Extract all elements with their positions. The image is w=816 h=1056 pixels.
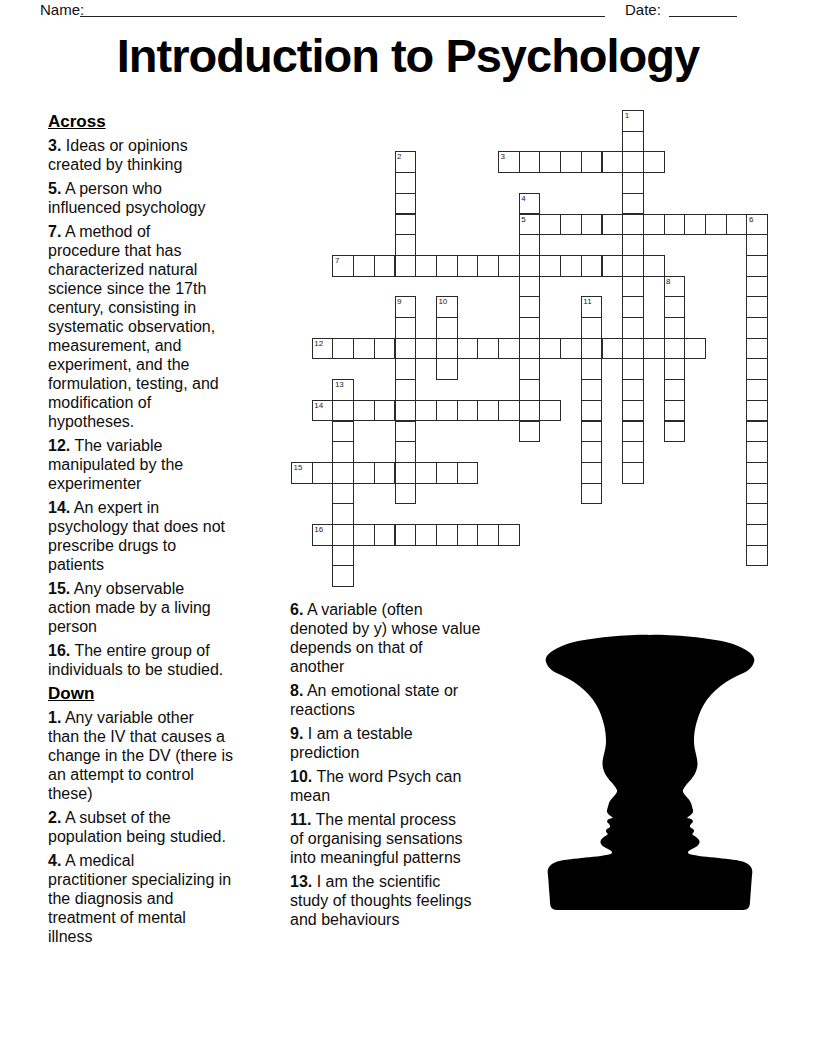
grid-cell[interactable]: 4 bbox=[519, 193, 541, 215]
clue-number: 14. bbox=[48, 499, 70, 516]
grid-cell[interactable] bbox=[457, 400, 479, 422]
grid-cell[interactable] bbox=[581, 379, 603, 401]
crossword-grid: 12345678910111213141516 bbox=[291, 110, 770, 590]
grid-cell[interactable] bbox=[519, 317, 541, 339]
grid-cell[interactable] bbox=[746, 234, 768, 256]
grid-cell[interactable] bbox=[395, 400, 417, 422]
cell-number: 12 bbox=[314, 339, 323, 348]
grid-cell[interactable] bbox=[622, 379, 644, 401]
grid-cell[interactable] bbox=[332, 483, 354, 505]
grid-cell[interactable] bbox=[746, 296, 768, 318]
cell-number: 10 bbox=[438, 297, 447, 306]
grid-cell[interactable] bbox=[457, 255, 479, 277]
grid-cell[interactable]: 5 bbox=[519, 214, 541, 236]
grid-cell[interactable] bbox=[602, 151, 624, 173]
clue-text: The entire group of individuals to be st… bbox=[48, 642, 223, 678]
grid-cell[interactable] bbox=[643, 255, 665, 277]
grid-cell[interactable]: 15 bbox=[291, 462, 313, 484]
grid-cell[interactable] bbox=[498, 524, 520, 546]
grid-cell[interactable] bbox=[395, 214, 417, 236]
name-fill-line bbox=[80, 0, 605, 17]
grid-cell[interactable]: 13 bbox=[332, 379, 354, 401]
grid-cell[interactable] bbox=[332, 503, 354, 525]
clue-5: 5. A person who influenced psychology bbox=[48, 179, 290, 217]
down-heading: Down bbox=[48, 684, 290, 703]
grid-cell[interactable] bbox=[622, 358, 644, 380]
grid-cell[interactable] bbox=[332, 441, 354, 463]
grid-cell[interactable] bbox=[622, 462, 644, 484]
grid-cell[interactable] bbox=[664, 338, 686, 360]
date-fill-line bbox=[669, 0, 737, 17]
grid-cell[interactable] bbox=[746, 276, 768, 298]
grid-cell[interactable] bbox=[746, 379, 768, 401]
grid-cell[interactable] bbox=[746, 483, 768, 505]
grid-cell[interactable] bbox=[395, 524, 417, 546]
grid-cell[interactable] bbox=[539, 255, 561, 277]
grid-cell[interactable]: 3 bbox=[498, 151, 520, 173]
grid-cell[interactable] bbox=[581, 214, 603, 236]
grid-cell[interactable] bbox=[415, 462, 437, 484]
grid-cell[interactable]: 10 bbox=[436, 296, 458, 318]
grid-cell[interactable] bbox=[581, 358, 603, 380]
date-label: Date: bbox=[625, 1, 661, 18]
cell-number: 16 bbox=[314, 525, 323, 534]
clue-text: A method of procedure that has character… bbox=[48, 223, 219, 430]
grid-cell[interactable] bbox=[436, 317, 458, 339]
clue-text: Any observable action made by a living p… bbox=[48, 580, 211, 635]
grid-cell[interactable] bbox=[415, 338, 437, 360]
cell-number: 15 bbox=[294, 463, 303, 472]
grid-cell[interactable] bbox=[622, 317, 644, 339]
grid-cell[interactable]: 11 bbox=[581, 296, 603, 318]
grid-cell[interactable] bbox=[602, 338, 624, 360]
clue-text: The mental process of organising sensati… bbox=[290, 811, 463, 866]
clue-number: 15. bbox=[48, 580, 70, 597]
grid-cell[interactable] bbox=[622, 234, 644, 256]
grid-cell[interactable] bbox=[519, 296, 541, 318]
grid-cell[interactable] bbox=[477, 338, 499, 360]
grid-cell[interactable] bbox=[560, 151, 582, 173]
clue-1: 1. Any variable other than the IV that c… bbox=[48, 708, 290, 803]
page-title: Introduction to Psychology bbox=[0, 28, 816, 83]
grid-cell[interactable] bbox=[581, 338, 603, 360]
clue-number: 16. bbox=[48, 642, 70, 659]
across-clue-list: 3. Ideas or opinions created by thinking… bbox=[48, 136, 290, 679]
down-clue-list-left: 1. Any variable other than the IV that c… bbox=[48, 708, 290, 946]
cell-number: 5 bbox=[521, 215, 525, 224]
cell-number: 6 bbox=[749, 215, 753, 224]
cell-number: 9 bbox=[397, 297, 401, 306]
clue-text: Ideas or opinions created by thinking bbox=[48, 137, 188, 173]
clue-10: 10. The word Psych can mean bbox=[290, 767, 540, 805]
grid-cell[interactable] bbox=[477, 400, 499, 422]
grid-cell[interactable] bbox=[622, 151, 644, 173]
grid-cell[interactable] bbox=[539, 338, 561, 360]
grid-cell[interactable] bbox=[581, 255, 603, 277]
grid-cell[interactable] bbox=[498, 400, 520, 422]
grid-cell[interactable] bbox=[457, 524, 479, 546]
grid-cell[interactable] bbox=[332, 400, 354, 422]
grid-cell[interactable]: 7 bbox=[332, 255, 354, 277]
grid-cell[interactable] bbox=[664, 214, 686, 236]
grid-cell[interactable] bbox=[664, 317, 686, 339]
clue-text: A subset of the population being studied… bbox=[48, 809, 226, 845]
grid-cell[interactable] bbox=[436, 358, 458, 380]
grid-cell[interactable] bbox=[395, 379, 417, 401]
clue-text: An expert in psychology that does not pr… bbox=[48, 499, 225, 573]
grid-cell[interactable] bbox=[374, 338, 396, 360]
cell-number: 8 bbox=[666, 277, 670, 286]
grid-cell[interactable] bbox=[746, 358, 768, 380]
clues-middle-column: 6. A variable (often denoted by y) whose… bbox=[290, 600, 540, 934]
grid-cell[interactable] bbox=[539, 400, 561, 422]
grid-cell[interactable] bbox=[395, 255, 417, 277]
grid-cell[interactable] bbox=[353, 462, 375, 484]
grid-cell[interactable]: 1 bbox=[622, 110, 644, 132]
grid-cell[interactable] bbox=[560, 338, 582, 360]
grid-cell[interactable] bbox=[395, 338, 417, 360]
clue-14: 14. An expert in psychology that does no… bbox=[48, 498, 290, 574]
grid-cell[interactable] bbox=[332, 338, 354, 360]
clue-number: 6. bbox=[290, 601, 303, 618]
grid-cell[interactable] bbox=[374, 462, 396, 484]
clue-number: 7. bbox=[48, 223, 61, 240]
clue-number: 10. bbox=[290, 768, 312, 785]
grid-cell[interactable] bbox=[332, 565, 354, 587]
grid-cell[interactable] bbox=[498, 338, 520, 360]
grid-cell[interactable] bbox=[477, 255, 499, 277]
clue-8: 8. An emotional state or reactions bbox=[290, 681, 540, 719]
grid-cell[interactable]: 14 bbox=[312, 400, 334, 422]
grid-cell[interactable] bbox=[415, 255, 437, 277]
grid-cell[interactable] bbox=[622, 131, 644, 153]
cell-number: 11 bbox=[583, 297, 591, 306]
grid-cell[interactable] bbox=[664, 400, 686, 422]
clue-7: 7. A method of procedure that has charac… bbox=[48, 222, 290, 431]
grid-cell[interactable] bbox=[519, 151, 541, 173]
grid-cell[interactable] bbox=[332, 524, 354, 546]
grid-cell[interactable] bbox=[622, 421, 644, 443]
grid-cell[interactable] bbox=[581, 483, 603, 505]
grid-cell[interactable] bbox=[415, 524, 437, 546]
grid-cell[interactable] bbox=[395, 483, 417, 505]
grid-cell[interactable] bbox=[395, 317, 417, 339]
grid-cell[interactable] bbox=[622, 338, 644, 360]
grid-cell[interactable] bbox=[539, 151, 561, 173]
down-clue-list-right: 6. A variable (often denoted by y) whose… bbox=[290, 600, 540, 929]
grid-cell[interactable] bbox=[395, 172, 417, 194]
grid-cell[interactable] bbox=[746, 317, 768, 339]
clue-12: 12. The variable manipulated by the expe… bbox=[48, 436, 290, 493]
clue-number: 2. bbox=[48, 809, 61, 826]
clue-text: An emotional state or reactions bbox=[290, 682, 458, 718]
clue-15: 15. Any observable action made by a livi… bbox=[48, 579, 290, 636]
clue-2: 2. A subset of the population being stud… bbox=[48, 808, 290, 846]
grid-cell[interactable] bbox=[622, 441, 644, 463]
grid-cell[interactable] bbox=[746, 400, 768, 422]
grid-cell[interactable] bbox=[705, 214, 727, 236]
cell-number: 14 bbox=[314, 401, 323, 410]
clue-9: 9. I am a testable prediction bbox=[290, 724, 540, 762]
grid-cell[interactable]: 12 bbox=[312, 338, 334, 360]
grid-cell[interactable] bbox=[684, 214, 706, 236]
grid-cell[interactable] bbox=[581, 151, 603, 173]
clue-text: I am the scientific study of thoughts fe… bbox=[290, 873, 471, 928]
grid-cell[interactable] bbox=[519, 338, 541, 360]
grid-cell[interactable] bbox=[622, 276, 644, 298]
grid-cell[interactable] bbox=[746, 545, 768, 567]
grid-cell[interactable] bbox=[643, 151, 665, 173]
grid-cell[interactable] bbox=[643, 214, 665, 236]
clue-number: 11. bbox=[290, 811, 311, 828]
grid-cell[interactable] bbox=[560, 255, 582, 277]
grid-cell[interactable] bbox=[312, 462, 334, 484]
clues-left-column: Across 3. Ideas or opinions created by t… bbox=[48, 112, 290, 951]
grid-cell[interactable] bbox=[664, 421, 686, 443]
cell-number: 7 bbox=[335, 256, 339, 265]
grid-cell[interactable] bbox=[395, 421, 417, 443]
grid-cell[interactable] bbox=[622, 400, 644, 422]
grid-cell[interactable] bbox=[436, 255, 458, 277]
grid-cell[interactable] bbox=[622, 296, 644, 318]
grid-cell[interactable] bbox=[436, 400, 458, 422]
grid-cell[interactable] bbox=[374, 524, 396, 546]
grid-cell[interactable] bbox=[332, 545, 354, 567]
grid-cell[interactable] bbox=[436, 462, 458, 484]
grid-cell[interactable] bbox=[581, 462, 603, 484]
grid-cell[interactable] bbox=[498, 255, 520, 277]
grid-cell[interactable]: 6 bbox=[746, 214, 768, 236]
grid-cell[interactable] bbox=[353, 338, 375, 360]
grid-cell[interactable] bbox=[395, 441, 417, 463]
grid-cell[interactable] bbox=[560, 214, 582, 236]
grid-cell[interactable] bbox=[622, 193, 644, 215]
clue-text: Any variable other than the IV that caus… bbox=[48, 709, 233, 802]
grid-cell[interactable] bbox=[581, 400, 603, 422]
vase-silhouette bbox=[546, 635, 755, 910]
grid-cell[interactable] bbox=[353, 255, 375, 277]
clue-11: 11. The mental process of organising sen… bbox=[290, 810, 540, 867]
clue-number: 1. bbox=[48, 709, 61, 726]
clue-number: 8. bbox=[290, 682, 303, 699]
grid-cell[interactable] bbox=[519, 276, 541, 298]
grid-cell[interactable] bbox=[353, 400, 375, 422]
grid-cell[interactable] bbox=[746, 462, 768, 484]
grid-cell[interactable] bbox=[664, 296, 686, 318]
cell-number: 2 bbox=[397, 152, 401, 161]
grid-cell[interactable] bbox=[539, 214, 561, 236]
clue-text: A variable (often denoted by y) whose va… bbox=[290, 601, 480, 675]
grid-cell[interactable] bbox=[643, 338, 665, 360]
grid-cell[interactable]: 2 bbox=[395, 151, 417, 173]
grid-cell[interactable] bbox=[395, 193, 417, 215]
clue-number: 4. bbox=[48, 852, 61, 869]
grid-cell[interactable] bbox=[519, 358, 541, 380]
grid-cell[interactable] bbox=[519, 400, 541, 422]
clue-6: 6. A variable (often denoted by y) whose… bbox=[290, 600, 540, 676]
clue-text: A person who influenced psychology bbox=[48, 180, 205, 216]
grid-cell[interactable] bbox=[395, 462, 417, 484]
clue-number: 12. bbox=[48, 437, 70, 454]
clue-number: 9. bbox=[290, 725, 303, 742]
grid-cell[interactable]: 8 bbox=[664, 276, 686, 298]
clue-number: 3. bbox=[48, 137, 61, 154]
grid-cell[interactable] bbox=[581, 441, 603, 463]
cell-number: 1 bbox=[625, 111, 629, 120]
grid-cell[interactable] bbox=[684, 338, 706, 360]
grid-cell[interactable] bbox=[622, 172, 644, 194]
grid-cell[interactable] bbox=[519, 255, 541, 277]
cell-number: 3 bbox=[501, 152, 505, 161]
grid-cell[interactable] bbox=[622, 214, 644, 236]
cell-number: 4 bbox=[521, 194, 525, 203]
name-label: Name: bbox=[40, 1, 84, 18]
grid-cell[interactable] bbox=[746, 524, 768, 546]
grid-cell[interactable] bbox=[457, 338, 479, 360]
clue-13: 13. I am the scientific study of thought… bbox=[290, 872, 540, 929]
grid-cell[interactable] bbox=[457, 462, 479, 484]
clue-text: The word Psych can mean bbox=[290, 768, 461, 804]
grid-cell[interactable] bbox=[602, 214, 624, 236]
grid-cell[interactable] bbox=[519, 379, 541, 401]
grid-cell[interactable] bbox=[746, 421, 768, 443]
grid-cell[interactable] bbox=[519, 234, 541, 256]
grid-cell[interactable]: 16 bbox=[312, 524, 334, 546]
grid-cell[interactable] bbox=[395, 234, 417, 256]
grid-cell[interactable] bbox=[436, 524, 458, 546]
grid-cell[interactable] bbox=[746, 338, 768, 360]
grid-cell[interactable] bbox=[581, 317, 603, 339]
grid-cell[interactable] bbox=[436, 338, 458, 360]
rubin-vase-illusion-image bbox=[537, 632, 763, 913]
grid-cell[interactable] bbox=[374, 400, 396, 422]
clue-number: 5. bbox=[48, 180, 61, 197]
grid-cell[interactable] bbox=[353, 524, 375, 546]
clue-3: 3. Ideas or opinions created by thinking bbox=[48, 136, 290, 174]
clue-text: I am a testable prediction bbox=[290, 725, 413, 761]
grid-cell[interactable] bbox=[374, 255, 396, 277]
grid-cell[interactable] bbox=[746, 255, 768, 277]
grid-cell[interactable] bbox=[332, 421, 354, 443]
grid-cell[interactable] bbox=[395, 358, 417, 380]
grid-cell[interactable] bbox=[622, 255, 644, 277]
grid-cell[interactable] bbox=[477, 524, 499, 546]
grid-cell[interactable] bbox=[726, 214, 748, 236]
clue-4: 4. A medical practitioner specializing i… bbox=[48, 851, 290, 946]
across-heading: Across bbox=[48, 112, 290, 131]
grid-cell[interactable] bbox=[519, 421, 541, 443]
grid-cell[interactable] bbox=[602, 255, 624, 277]
clue-text: A medical practitioner specializing in t… bbox=[48, 852, 231, 945]
cell-number: 13 bbox=[335, 380, 344, 389]
clue-16: 16. The entire group of individuals to b… bbox=[48, 641, 290, 679]
grid-cell[interactable] bbox=[581, 421, 603, 443]
grid-cell[interactable] bbox=[415, 400, 437, 422]
grid-cell[interactable] bbox=[664, 379, 686, 401]
grid-cell[interactable] bbox=[746, 441, 768, 463]
grid-cell[interactable] bbox=[746, 503, 768, 525]
grid-cell[interactable] bbox=[332, 462, 354, 484]
grid-cell[interactable] bbox=[664, 358, 686, 380]
clue-number: 13. bbox=[290, 873, 312, 890]
grid-cell[interactable]: 9 bbox=[395, 296, 417, 318]
